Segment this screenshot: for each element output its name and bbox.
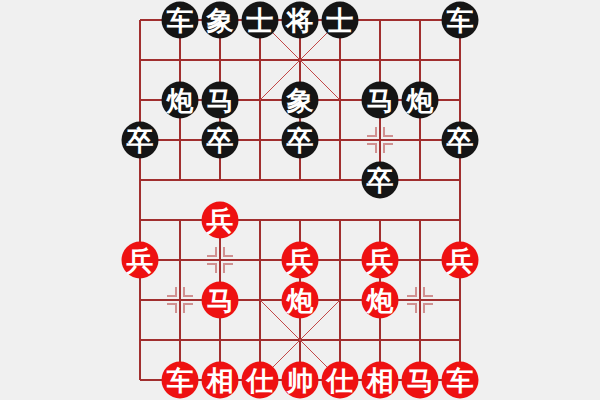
piece-red-cannon[interactable]: 炮 <box>362 282 399 319</box>
piece-black-chariot[interactable]: 车 <box>162 2 199 39</box>
piece-black-advisor[interactable]: 士 <box>322 2 359 39</box>
piece-red-advisor[interactable]: 仕 <box>322 362 359 399</box>
piece-red-soldier[interactable]: 兵 <box>442 242 479 279</box>
piece-black-soldier[interactable]: 卒 <box>202 122 239 159</box>
piece-black-horse[interactable]: 马 <box>202 82 239 119</box>
piece-black-general[interactable]: 将 <box>282 2 319 39</box>
piece-red-elephant[interactable]: 相 <box>362 362 399 399</box>
piece-black-advisor[interactable]: 士 <box>242 2 279 39</box>
piece-red-cannon[interactable]: 炮 <box>282 282 319 319</box>
piece-black-soldier[interactable]: 卒 <box>122 122 159 159</box>
board-grid <box>0 0 600 400</box>
piece-red-horse[interactable]: 马 <box>402 362 439 399</box>
piece-red-soldier[interactable]: 兵 <box>202 202 239 239</box>
piece-red-soldier[interactable]: 兵 <box>122 242 159 279</box>
piece-black-elephant[interactable]: 象 <box>202 2 239 39</box>
piece-red-chariot[interactable]: 车 <box>442 362 479 399</box>
piece-black-horse[interactable]: 马 <box>362 82 399 119</box>
piece-red-elephant[interactable]: 相 <box>202 362 239 399</box>
xiangqi-board[interactable]: 车象士将士车炮马象马炮卒卒卒卒卒兵兵兵兵兵马炮炮车相仕帅仕相马车 <box>0 0 600 400</box>
piece-black-chariot[interactable]: 车 <box>442 2 479 39</box>
piece-red-general[interactable]: 帅 <box>282 362 319 399</box>
piece-black-elephant[interactable]: 象 <box>282 82 319 119</box>
piece-red-chariot[interactable]: 车 <box>162 362 199 399</box>
piece-black-soldier[interactable]: 卒 <box>282 122 319 159</box>
piece-black-soldier[interactable]: 卒 <box>442 122 479 159</box>
piece-red-soldier[interactable]: 兵 <box>362 242 399 279</box>
piece-black-cannon[interactable]: 炮 <box>162 82 199 119</box>
piece-black-soldier[interactable]: 卒 <box>362 162 399 199</box>
piece-black-cannon[interactable]: 炮 <box>402 82 439 119</box>
xiangqi-app: 车象士将士车炮马象马炮卒卒卒卒卒兵兵兵兵兵马炮炮车相仕帅仕相马车 <box>0 0 600 400</box>
piece-red-horse[interactable]: 马 <box>202 282 239 319</box>
piece-red-advisor[interactable]: 仕 <box>242 362 279 399</box>
piece-red-soldier[interactable]: 兵 <box>282 242 319 279</box>
